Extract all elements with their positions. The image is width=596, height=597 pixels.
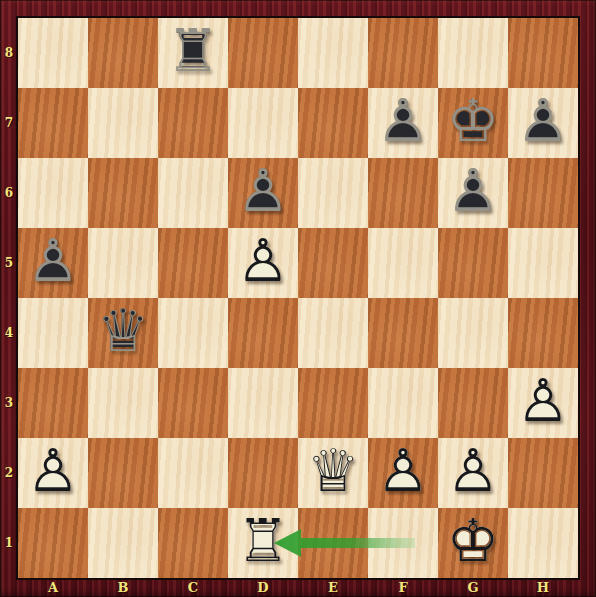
piece-white-pawn[interactable]: ♟♙ <box>18 438 88 508</box>
piece-fill: ♛ <box>88 296 158 366</box>
square-g4[interactable] <box>438 298 508 368</box>
piece-outline: ♙ <box>438 156 508 226</box>
file-label-c: C <box>158 578 228 597</box>
piece-black-rook[interactable]: ♜♖ <box>158 18 228 88</box>
piece-outline: ♔ <box>438 506 508 576</box>
square-h7[interactable]: ♟♙ <box>508 88 578 158</box>
square-c6[interactable] <box>158 158 228 228</box>
piece-outline: ♙ <box>508 366 578 436</box>
square-f1[interactable] <box>368 508 438 578</box>
chess-board: ♜♖♟♙♚♔♟♙♟♙♟♙♟♙♟♙♛♕♟♙♟♙♛♕♟♙♟♙♜♖♚♔ <box>18 18 578 578</box>
piece-outline: ♙ <box>228 156 298 226</box>
piece-outline: ♙ <box>18 436 88 506</box>
square-h1[interactable] <box>508 508 578 578</box>
square-a3[interactable] <box>18 368 88 438</box>
file-label-f: F <box>368 578 438 597</box>
square-h6[interactable] <box>508 158 578 228</box>
file-label-a: A <box>18 578 88 597</box>
square-a4[interactable] <box>18 298 88 368</box>
square-d1[interactable]: ♜♖ <box>228 508 298 578</box>
piece-outline: ♙ <box>228 226 298 296</box>
square-c4[interactable] <box>158 298 228 368</box>
file-labels: ABCDEFGH <box>18 578 578 597</box>
piece-black-queen[interactable]: ♛♕ <box>88 298 158 368</box>
piece-fill: ♟ <box>438 156 508 226</box>
rank-label-8: 8 <box>0 18 18 88</box>
square-g6[interactable]: ♟♙ <box>438 158 508 228</box>
piece-fill: ♟ <box>508 366 578 436</box>
piece-white-king[interactable]: ♚♔ <box>438 508 508 578</box>
piece-fill: ♚ <box>438 86 508 156</box>
square-e6[interactable] <box>298 158 368 228</box>
square-g1[interactable]: ♚♔ <box>438 508 508 578</box>
square-f7[interactable]: ♟♙ <box>368 88 438 158</box>
piece-outline: ♙ <box>508 86 578 156</box>
square-a2[interactable]: ♟♙ <box>18 438 88 508</box>
file-label-h: H <box>508 578 578 597</box>
square-e3[interactable] <box>298 368 368 438</box>
piece-fill: ♟ <box>438 436 508 506</box>
square-d7[interactable] <box>228 88 298 158</box>
piece-fill: ♟ <box>18 436 88 506</box>
rank-label-6: 6 <box>0 158 18 228</box>
square-b1[interactable] <box>88 508 158 578</box>
square-c1[interactable] <box>158 508 228 578</box>
piece-black-pawn[interactable]: ♟♙ <box>368 88 438 158</box>
piece-outline: ♔ <box>438 86 508 156</box>
piece-white-queen[interactable]: ♛♕ <box>298 438 368 508</box>
square-e5[interactable] <box>298 228 368 298</box>
piece-fill: ♟ <box>18 226 88 296</box>
square-d5[interactable]: ♟♙ <box>228 228 298 298</box>
square-b4[interactable]: ♛♕ <box>88 298 158 368</box>
piece-black-pawn[interactable]: ♟♙ <box>508 88 578 158</box>
square-c5[interactable] <box>158 228 228 298</box>
rank-label-2: 2 <box>0 438 18 508</box>
piece-fill: ♟ <box>228 156 298 226</box>
piece-fill: ♚ <box>438 506 508 576</box>
square-d3[interactable] <box>228 368 298 438</box>
square-a8[interactable] <box>18 18 88 88</box>
square-e7[interactable] <box>298 88 368 158</box>
file-label-b: B <box>88 578 158 597</box>
square-h8[interactable] <box>508 18 578 88</box>
square-a5[interactable]: ♟♙ <box>18 228 88 298</box>
rank-label-7: 7 <box>0 88 18 158</box>
square-g3[interactable] <box>438 368 508 438</box>
square-b2[interactable] <box>88 438 158 508</box>
rank-label-3: 3 <box>0 368 18 438</box>
square-b5[interactable] <box>88 228 158 298</box>
square-g2[interactable]: ♟♙ <box>438 438 508 508</box>
square-g8[interactable] <box>438 18 508 88</box>
square-a1[interactable] <box>18 508 88 578</box>
square-e4[interactable] <box>298 298 368 368</box>
piece-black-pawn[interactable]: ♟♙ <box>18 228 88 298</box>
piece-white-pawn[interactable]: ♟♙ <box>228 228 298 298</box>
square-a6[interactable] <box>18 158 88 228</box>
square-e2[interactable]: ♛♕ <box>298 438 368 508</box>
square-e1[interactable] <box>298 508 368 578</box>
square-e8[interactable] <box>298 18 368 88</box>
square-g5[interactable] <box>438 228 508 298</box>
rank-label-5: 5 <box>0 228 18 298</box>
file-label-e: E <box>298 578 368 597</box>
square-b8[interactable] <box>88 18 158 88</box>
piece-white-rook[interactable]: ♜♖ <box>228 508 298 578</box>
piece-fill: ♟ <box>508 86 578 156</box>
square-b6[interactable] <box>88 158 158 228</box>
file-label-g: G <box>438 578 508 597</box>
square-f5[interactable] <box>368 228 438 298</box>
piece-fill: ♟ <box>368 86 438 156</box>
file-label-d: D <box>228 578 298 597</box>
square-g7[interactable]: ♚♔ <box>438 88 508 158</box>
chess-board-frame: 87654321 ABCDEFGH ♜♖♟♙♚♔♟♙♟♙♟♙♟♙♟♙♛♕♟♙♟♙… <box>0 0 596 597</box>
square-d6[interactable]: ♟♙ <box>228 158 298 228</box>
piece-fill: ♜ <box>228 506 298 576</box>
square-b3[interactable] <box>88 368 158 438</box>
piece-outline: ♙ <box>368 436 438 506</box>
piece-outline: ♖ <box>228 506 298 576</box>
square-d8[interactable] <box>228 18 298 88</box>
piece-white-pawn[interactable]: ♟♙ <box>438 438 508 508</box>
piece-fill: ♟ <box>368 436 438 506</box>
square-c8[interactable]: ♜♖ <box>158 18 228 88</box>
square-f8[interactable] <box>368 18 438 88</box>
square-h3[interactable]: ♟♙ <box>508 368 578 438</box>
square-h2[interactable] <box>508 438 578 508</box>
piece-outline: ♕ <box>88 296 158 366</box>
piece-white-pawn[interactable]: ♟♙ <box>508 368 578 438</box>
rank-labels: 87654321 <box>0 18 18 578</box>
piece-outline: ♖ <box>158 16 228 86</box>
rank-label-1: 1 <box>0 508 18 578</box>
piece-black-pawn[interactable]: ♟♙ <box>438 158 508 228</box>
square-f4[interactable] <box>368 298 438 368</box>
square-f3[interactable] <box>368 368 438 438</box>
square-d4[interactable] <box>228 298 298 368</box>
square-h4[interactable] <box>508 298 578 368</box>
rank-label-4: 4 <box>0 298 18 368</box>
square-c3[interactable] <box>158 368 228 438</box>
square-c7[interactable] <box>158 88 228 158</box>
piece-black-pawn[interactable]: ♟♙ <box>228 158 298 228</box>
piece-outline: ♕ <box>298 436 368 506</box>
square-h5[interactable] <box>508 228 578 298</box>
piece-outline: ♙ <box>438 436 508 506</box>
piece-black-king[interactable]: ♚♔ <box>438 88 508 158</box>
piece-fill: ♜ <box>158 16 228 86</box>
square-b7[interactable] <box>88 88 158 158</box>
piece-outline: ♙ <box>18 226 88 296</box>
piece-fill: ♛ <box>298 436 368 506</box>
piece-white-pawn[interactable]: ♟♙ <box>368 438 438 508</box>
piece-fill: ♟ <box>228 226 298 296</box>
square-c2[interactable] <box>158 438 228 508</box>
square-f6[interactable] <box>368 158 438 228</box>
square-d2[interactable] <box>228 438 298 508</box>
square-a7[interactable] <box>18 88 88 158</box>
square-f2[interactable]: ♟♙ <box>368 438 438 508</box>
piece-outline: ♙ <box>368 86 438 156</box>
